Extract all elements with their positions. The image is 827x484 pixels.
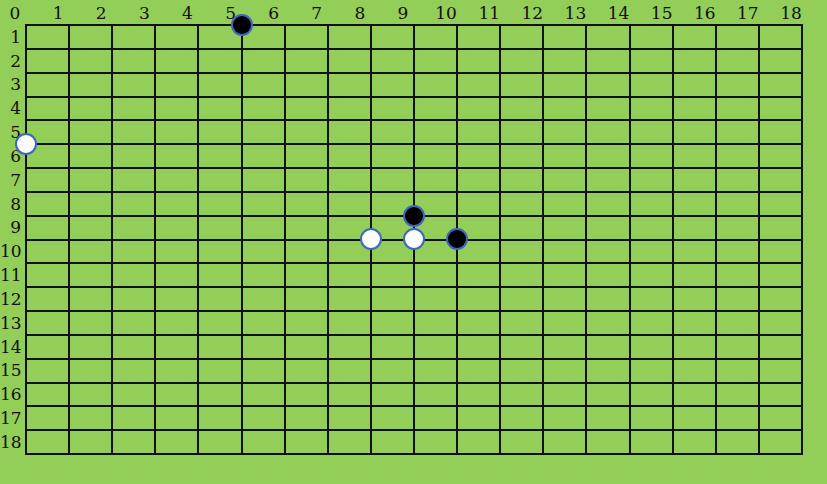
board-cell[interactable]	[27, 98, 70, 122]
board-cell[interactable]	[286, 50, 329, 74]
board-cell[interactable]	[501, 360, 544, 384]
board-cell[interactable]	[631, 98, 674, 122]
board-cell[interactable]	[156, 169, 199, 193]
board-cell[interactable]	[544, 74, 587, 98]
board-cell[interactable]	[286, 193, 329, 217]
board-cell[interactable]	[329, 288, 372, 312]
board-cell[interactable]	[113, 312, 156, 336]
board-cell[interactable]	[199, 169, 242, 193]
board-cell[interactable]	[717, 193, 760, 217]
board-cell[interactable]	[329, 431, 372, 455]
board-cell[interactable]	[329, 336, 372, 360]
board-cell[interactable]	[372, 50, 415, 74]
board-cell[interactable]	[70, 241, 113, 265]
board-cell[interactable]	[415, 26, 458, 50]
board-cell[interactable]	[717, 384, 760, 408]
board-cell[interactable]	[501, 169, 544, 193]
board-cell[interactable]	[156, 264, 199, 288]
board-cell[interactable]	[329, 121, 372, 145]
board-cell[interactable]	[156, 288, 199, 312]
board-cell[interactable]	[286, 264, 329, 288]
board-cell[interactable]	[544, 121, 587, 145]
board-cell[interactable]	[156, 145, 199, 169]
board-cell[interactable]	[501, 74, 544, 98]
board-cell[interactable]	[70, 431, 113, 455]
board-cell[interactable]	[286, 431, 329, 455]
board-cell[interactable]	[717, 74, 760, 98]
board-cell[interactable]	[156, 360, 199, 384]
board-cell[interactable]	[113, 336, 156, 360]
board-cell[interactable]	[372, 145, 415, 169]
board-cell[interactable]	[458, 74, 501, 98]
board-cell[interactable]	[27, 74, 70, 98]
board-cell[interactable]	[631, 145, 674, 169]
board-cell[interactable]	[113, 241, 156, 265]
board-cell[interactable]	[587, 288, 630, 312]
board-cell[interactable]	[156, 384, 199, 408]
board-cell[interactable]	[760, 384, 803, 408]
board-cell[interactable]	[501, 431, 544, 455]
board-cell[interactable]	[156, 98, 199, 122]
board-cell[interactable]	[199, 50, 242, 74]
board-cell[interactable]	[156, 193, 199, 217]
board-cell[interactable]	[286, 288, 329, 312]
board-cell[interactable]	[243, 336, 286, 360]
board-cell[interactable]	[458, 145, 501, 169]
board-cell[interactable]	[27, 169, 70, 193]
board-cell[interactable]	[674, 431, 717, 455]
board-cell[interactable]	[286, 217, 329, 241]
board-cell[interactable]	[372, 431, 415, 455]
board-cell[interactable]	[415, 74, 458, 98]
board-cell[interactable]	[329, 169, 372, 193]
board-cell[interactable]	[544, 431, 587, 455]
board-cell[interactable]	[27, 241, 70, 265]
board-cell[interactable]	[156, 407, 199, 431]
board-cell[interactable]	[587, 384, 630, 408]
board-cell[interactable]	[329, 312, 372, 336]
board-cell[interactable]	[329, 193, 372, 217]
board-cell[interactable]	[674, 384, 717, 408]
board-cell[interactable]	[674, 50, 717, 74]
board-cell[interactable]	[587, 431, 630, 455]
board-cell[interactable]	[631, 264, 674, 288]
board-cell[interactable]	[458, 384, 501, 408]
board-cell[interactable]	[458, 193, 501, 217]
board-cell[interactable]	[243, 121, 286, 145]
board-cell[interactable]	[544, 98, 587, 122]
board-cell[interactable]	[70, 312, 113, 336]
board-cell[interactable]	[760, 336, 803, 360]
board-cell[interactable]	[501, 264, 544, 288]
board-cell[interactable]	[587, 264, 630, 288]
board-cell[interactable]	[372, 74, 415, 98]
board-cell[interactable]	[199, 241, 242, 265]
board-cell[interactable]	[501, 98, 544, 122]
board-cell[interactable]	[113, 169, 156, 193]
board-cell[interactable]	[458, 336, 501, 360]
board-cell[interactable]	[458, 169, 501, 193]
board-cell[interactable]	[760, 407, 803, 431]
board-cell[interactable]	[415, 288, 458, 312]
board-cell[interactable]	[156, 26, 199, 50]
board-cell[interactable]	[760, 121, 803, 145]
board-cell[interactable]	[70, 26, 113, 50]
board-cell[interactable]	[501, 288, 544, 312]
board-cell[interactable]	[372, 169, 415, 193]
board-cell[interactable]	[243, 217, 286, 241]
board-cell[interactable]	[587, 336, 630, 360]
board-cell[interactable]	[760, 193, 803, 217]
board-cell[interactable]	[372, 26, 415, 50]
board-cell[interactable]	[199, 193, 242, 217]
board-cell[interactable]	[717, 288, 760, 312]
board-cell[interactable]	[544, 26, 587, 50]
board-cell[interactable]	[113, 98, 156, 122]
board-cell[interactable]	[501, 50, 544, 74]
board-cell[interactable]	[372, 98, 415, 122]
board-cell[interactable]	[329, 145, 372, 169]
board-cell[interactable]	[329, 407, 372, 431]
board-cell[interactable]	[501, 407, 544, 431]
board-cell[interactable]	[372, 121, 415, 145]
board-cell[interactable]	[70, 145, 113, 169]
board-cell[interactable]	[587, 360, 630, 384]
board-cell[interactable]	[458, 50, 501, 74]
board-cell[interactable]	[631, 431, 674, 455]
board-cell[interactable]	[27, 193, 70, 217]
board-cell[interactable]	[113, 193, 156, 217]
board-cell[interactable]	[199, 121, 242, 145]
board-cell[interactable]	[27, 312, 70, 336]
board-cell[interactable]	[199, 264, 242, 288]
board-cell[interactable]	[199, 312, 242, 336]
board-cell[interactable]	[544, 312, 587, 336]
board-cell[interactable]	[458, 121, 501, 145]
board-cell[interactable]	[760, 50, 803, 74]
board-cell[interactable]	[243, 288, 286, 312]
board-cell[interactable]	[199, 74, 242, 98]
board-cell[interactable]	[113, 407, 156, 431]
board-cell[interactable]	[415, 145, 458, 169]
board-cell[interactable]	[458, 26, 501, 50]
board-cell[interactable]	[415, 264, 458, 288]
board-cell[interactable]	[70, 360, 113, 384]
board-cell[interactable]	[243, 384, 286, 408]
board-cell[interactable]	[372, 384, 415, 408]
board-cell[interactable]	[587, 26, 630, 50]
board-cell[interactable]	[199, 217, 242, 241]
board-cell[interactable]	[286, 145, 329, 169]
board-cell[interactable]	[760, 312, 803, 336]
board-cell[interactable]	[544, 407, 587, 431]
board-cell[interactable]	[674, 74, 717, 98]
board-cell[interactable]	[156, 121, 199, 145]
board-cell[interactable]	[156, 74, 199, 98]
board-cell[interactable]	[544, 384, 587, 408]
board-cell[interactable]	[156, 336, 199, 360]
board-cell[interactable]	[674, 145, 717, 169]
board-cell[interactable]	[27, 384, 70, 408]
board-cell[interactable]	[587, 145, 630, 169]
board-cell[interactable]	[70, 50, 113, 74]
board-cell[interactable]	[544, 169, 587, 193]
board-cell[interactable]	[674, 407, 717, 431]
board-cell[interactable]	[544, 50, 587, 74]
board-cell[interactable]	[760, 431, 803, 455]
board-cell[interactable]	[372, 288, 415, 312]
board-cell[interactable]	[760, 360, 803, 384]
board-cell[interactable]	[156, 50, 199, 74]
board-cell[interactable]	[544, 336, 587, 360]
board-cell[interactable]	[631, 384, 674, 408]
board-cell[interactable]	[329, 360, 372, 384]
board-cell[interactable]	[674, 264, 717, 288]
board-cell[interactable]	[243, 74, 286, 98]
board-cell[interactable]	[27, 336, 70, 360]
board-cell[interactable]	[70, 264, 113, 288]
board-cell[interactable]	[631, 312, 674, 336]
board-cell[interactable]	[674, 241, 717, 265]
board-cell[interactable]	[113, 145, 156, 169]
board-cell[interactable]	[243, 193, 286, 217]
board-cell[interactable]	[70, 193, 113, 217]
board-cell[interactable]	[372, 312, 415, 336]
board-cell[interactable]	[717, 241, 760, 265]
board-cell[interactable]	[674, 288, 717, 312]
board-cell[interactable]	[199, 384, 242, 408]
board-cell[interactable]	[760, 74, 803, 98]
board-cell[interactable]	[243, 360, 286, 384]
board-cell[interactable]	[674, 336, 717, 360]
board-cell[interactable]	[501, 336, 544, 360]
board-cell[interactable]	[501, 384, 544, 408]
board-cell[interactable]	[70, 121, 113, 145]
board-cell[interactable]	[717, 407, 760, 431]
board-cell[interactable]	[544, 264, 587, 288]
board-cell[interactable]	[27, 217, 70, 241]
board-cell[interactable]	[674, 121, 717, 145]
board-cell[interactable]	[631, 26, 674, 50]
board-cell[interactable]	[199, 431, 242, 455]
board-cell[interactable]	[587, 312, 630, 336]
board-cell[interactable]	[458, 431, 501, 455]
board-cell[interactable]	[415, 384, 458, 408]
board-cell[interactable]	[458, 312, 501, 336]
board-cell[interactable]	[329, 264, 372, 288]
board-cell[interactable]	[717, 50, 760, 74]
board-cell[interactable]	[243, 145, 286, 169]
board-cell[interactable]	[70, 217, 113, 241]
board-cell[interactable]	[631, 336, 674, 360]
board-cell[interactable]	[329, 50, 372, 74]
board-cell[interactable]	[329, 384, 372, 408]
board-cell[interactable]	[760, 217, 803, 241]
board-cell[interactable]	[631, 360, 674, 384]
board-cell[interactable]	[631, 193, 674, 217]
board-cell[interactable]	[113, 384, 156, 408]
board-cell[interactable]	[717, 145, 760, 169]
board-cell[interactable]	[717, 312, 760, 336]
board-cell[interactable]	[415, 50, 458, 74]
board-cell[interactable]	[70, 288, 113, 312]
board-cell[interactable]	[501, 193, 544, 217]
board-cell[interactable]	[674, 312, 717, 336]
board-cell[interactable]	[674, 360, 717, 384]
board-cell[interactable]	[501, 26, 544, 50]
board-cell[interactable]	[27, 407, 70, 431]
board-cell[interactable]	[113, 74, 156, 98]
board-cell[interactable]	[717, 98, 760, 122]
board-cell[interactable]	[631, 241, 674, 265]
board-cell[interactable]	[243, 264, 286, 288]
board-cell[interactable]	[544, 193, 587, 217]
board-cell[interactable]	[760, 145, 803, 169]
board-cell[interactable]	[27, 50, 70, 74]
board-cell[interactable]	[458, 360, 501, 384]
board-cell[interactable]	[587, 50, 630, 74]
board-cell[interactable]	[415, 312, 458, 336]
board-cell[interactable]	[286, 384, 329, 408]
board-cell[interactable]	[27, 431, 70, 455]
board-cell[interactable]	[329, 74, 372, 98]
board-cell[interactable]	[156, 217, 199, 241]
board-cell[interactable]	[760, 26, 803, 50]
board-cell[interactable]	[27, 26, 70, 50]
board-cell[interactable]	[199, 288, 242, 312]
board-cell[interactable]	[286, 360, 329, 384]
board-cell[interactable]	[113, 288, 156, 312]
board-cell[interactable]	[286, 98, 329, 122]
board-cell[interactable]	[717, 264, 760, 288]
board-cell[interactable]	[113, 50, 156, 74]
board-cell[interactable]	[243, 98, 286, 122]
board-cell[interactable]	[286, 26, 329, 50]
board-cell[interactable]	[286, 74, 329, 98]
board-cell[interactable]	[286, 121, 329, 145]
board-cell[interactable]	[587, 407, 630, 431]
board-cell[interactable]	[113, 264, 156, 288]
board-cell[interactable]	[544, 360, 587, 384]
board-cell[interactable]	[199, 98, 242, 122]
board-cell[interactable]	[631, 407, 674, 431]
board-cell[interactable]	[27, 288, 70, 312]
board-cell[interactable]	[243, 50, 286, 74]
board-cell[interactable]	[70, 74, 113, 98]
board-cell[interactable]	[415, 121, 458, 145]
board-cell[interactable]	[760, 264, 803, 288]
board-cell[interactable]	[587, 169, 630, 193]
board-cell[interactable]	[717, 360, 760, 384]
board-cell[interactable]	[243, 407, 286, 431]
board-cell[interactable]	[544, 217, 587, 241]
board-cell[interactable]	[717, 121, 760, 145]
board-cell[interactable]	[674, 193, 717, 217]
board-cell[interactable]	[760, 98, 803, 122]
board-cell[interactable]	[717, 431, 760, 455]
board-cell[interactable]	[27, 360, 70, 384]
board-cell[interactable]	[70, 384, 113, 408]
board-cell[interactable]	[458, 288, 501, 312]
board-cell[interactable]	[631, 288, 674, 312]
board-cell[interactable]	[372, 336, 415, 360]
board-cell[interactable]	[156, 312, 199, 336]
board-cell[interactable]	[113, 217, 156, 241]
board-cell[interactable]	[674, 217, 717, 241]
board-cell[interactable]	[631, 121, 674, 145]
board-cell[interactable]	[199, 336, 242, 360]
board-cell[interactable]	[717, 336, 760, 360]
board-cell[interactable]	[458, 407, 501, 431]
board-cell[interactable]	[415, 431, 458, 455]
board-cell[interactable]	[286, 241, 329, 265]
board-cell[interactable]	[717, 217, 760, 241]
board-cell[interactable]	[760, 169, 803, 193]
board-cell[interactable]	[587, 217, 630, 241]
board-cell[interactable]	[674, 26, 717, 50]
board-cell[interactable]	[717, 26, 760, 50]
board-cell[interactable]	[243, 241, 286, 265]
board-cell[interactable]	[631, 50, 674, 74]
board-cell[interactable]	[113, 26, 156, 50]
board-cell[interactable]	[372, 407, 415, 431]
board-cell[interactable]	[458, 98, 501, 122]
board-cell[interactable]	[674, 169, 717, 193]
board-cell[interactable]	[286, 312, 329, 336]
board-cell[interactable]	[286, 407, 329, 431]
board-cell[interactable]	[501, 312, 544, 336]
board-cell[interactable]	[674, 98, 717, 122]
board-cell[interactable]	[760, 241, 803, 265]
board-cell[interactable]	[415, 360, 458, 384]
board-cell[interactable]	[372, 264, 415, 288]
board-cell[interactable]	[156, 241, 199, 265]
board-cell[interactable]	[587, 193, 630, 217]
board-cell[interactable]	[717, 169, 760, 193]
board-cell[interactable]	[329, 26, 372, 50]
board-cell[interactable]	[243, 431, 286, 455]
board-cell[interactable]	[501, 241, 544, 265]
board-cell[interactable]	[27, 264, 70, 288]
board-cell[interactable]	[415, 169, 458, 193]
board-cell[interactable]	[631, 169, 674, 193]
board-cell[interactable]	[70, 407, 113, 431]
board-cell[interactable]	[415, 98, 458, 122]
board-cell[interactable]	[501, 121, 544, 145]
board-cell[interactable]	[544, 288, 587, 312]
board-cell[interactable]	[372, 360, 415, 384]
board-cell[interactable]	[113, 121, 156, 145]
board-cell[interactable]	[587, 98, 630, 122]
board-cell[interactable]	[415, 336, 458, 360]
board-cell[interactable]	[631, 74, 674, 98]
board-cell[interactable]	[544, 241, 587, 265]
board-cell[interactable]	[415, 407, 458, 431]
board-cell[interactable]	[501, 145, 544, 169]
board-cell[interactable]	[329, 98, 372, 122]
board-cell[interactable]	[243, 312, 286, 336]
board-cell[interactable]	[113, 431, 156, 455]
board-cell[interactable]	[544, 145, 587, 169]
board-cell[interactable]	[199, 360, 242, 384]
board-cell[interactable]	[760, 288, 803, 312]
board-cell[interactable]	[199, 407, 242, 431]
board-cell[interactable]	[243, 169, 286, 193]
board-cell[interactable]	[631, 217, 674, 241]
board-cell[interactable]	[199, 145, 242, 169]
board-cell[interactable]	[286, 169, 329, 193]
board-cell[interactable]	[587, 74, 630, 98]
